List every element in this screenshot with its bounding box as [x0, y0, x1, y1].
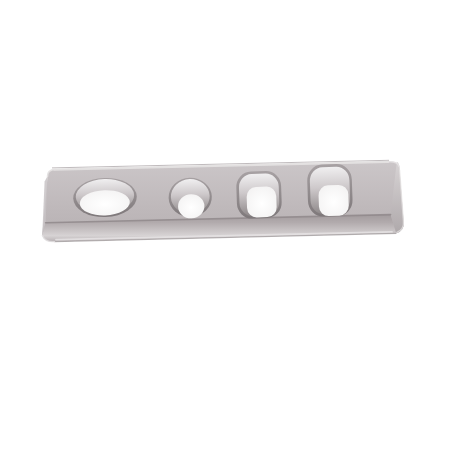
product-photo — [0, 0, 450, 450]
mounting-plate — [42, 160, 404, 241]
square1-through-hole — [246, 186, 277, 218]
square2-through-hole — [318, 185, 349, 217]
metal-plate-illustration — [0, 0, 450, 450]
hole-square-countersunk-1 — [236, 171, 282, 220]
hole-square-countersunk-2 — [307, 164, 353, 218]
